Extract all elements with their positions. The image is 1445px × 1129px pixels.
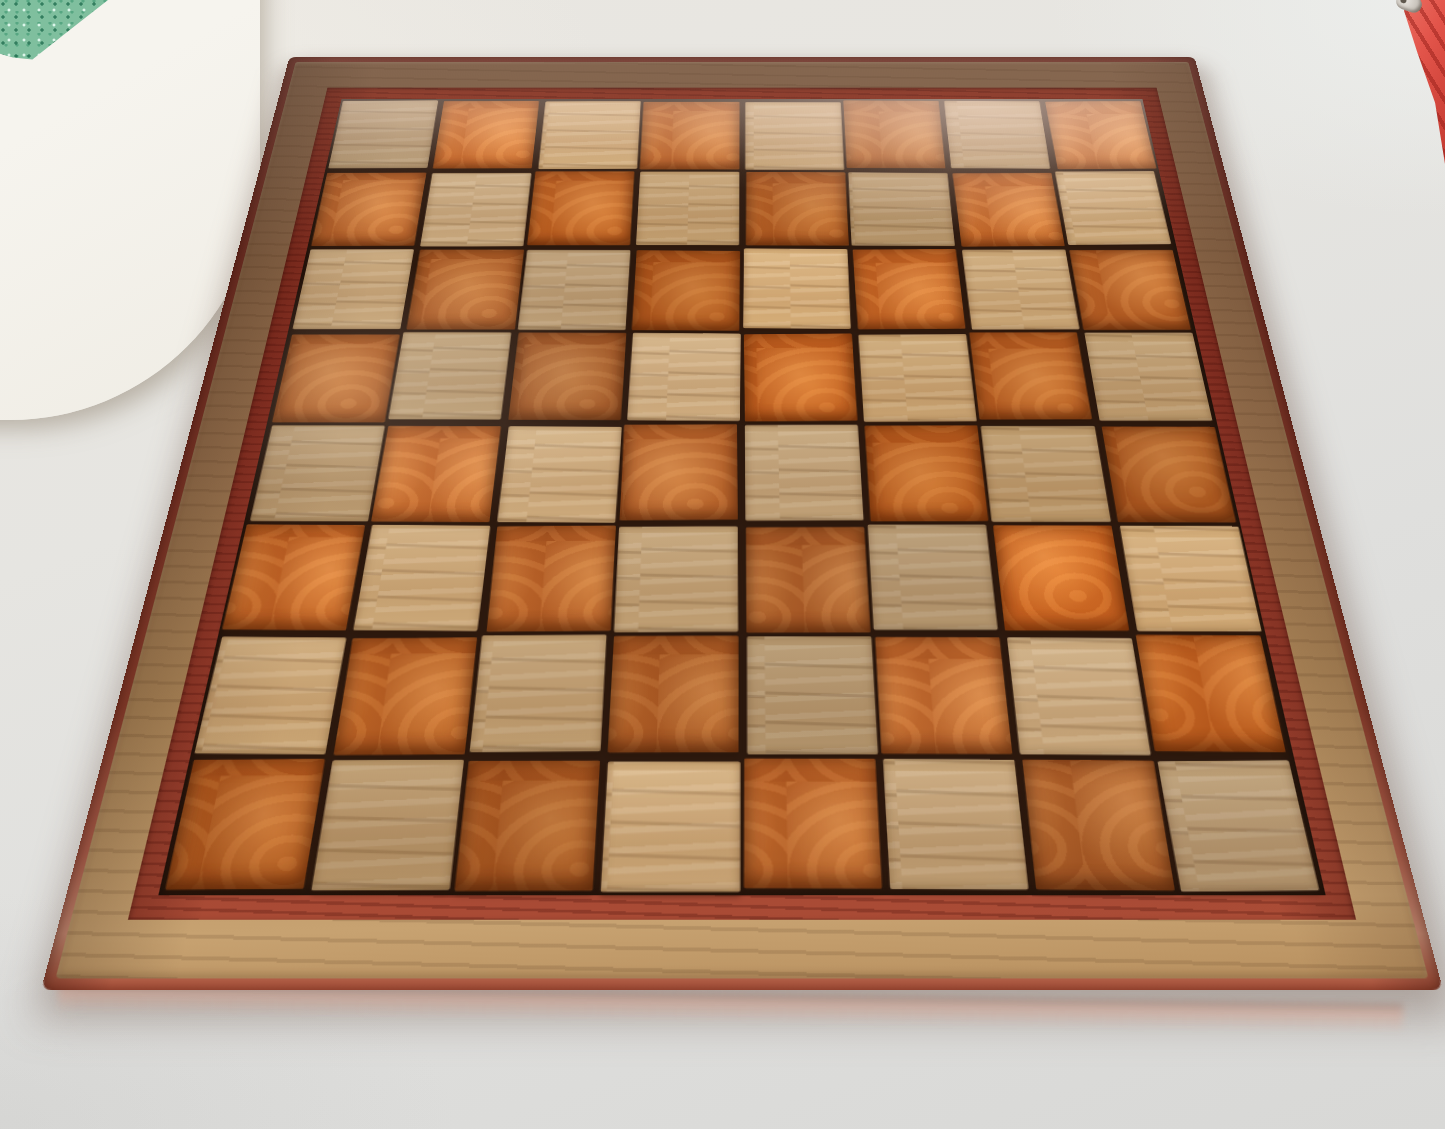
square-b6[interactable] — [407, 249, 524, 329]
square-c2[interactable] — [469, 635, 607, 753]
square-h8[interactable] — [1045, 101, 1157, 169]
square-a1[interactable] — [165, 758, 326, 890]
square-d2[interactable] — [608, 636, 740, 754]
square-d7[interactable] — [636, 172, 740, 246]
square-f7[interactable] — [848, 173, 955, 247]
square-d3[interactable] — [614, 526, 739, 633]
square-f8[interactable] — [843, 100, 946, 168]
square-h3[interactable] — [1119, 525, 1262, 632]
square-f2[interactable] — [875, 637, 1013, 755]
square-c4[interactable] — [497, 426, 622, 523]
square-g8[interactable] — [944, 101, 1051, 169]
square-g7[interactable] — [953, 173, 1066, 247]
board-squares-grid — [158, 99, 1325, 895]
square-f5[interactable] — [858, 334, 977, 422]
square-d4[interactable] — [620, 424, 739, 521]
square-c5[interactable] — [508, 333, 627, 421]
square-a8[interactable] — [328, 100, 439, 168]
square-b2[interactable] — [334, 638, 478, 757]
square-g4[interactable] — [981, 426, 1111, 522]
square-g3[interactable] — [993, 525, 1130, 631]
square-a4[interactable] — [250, 425, 386, 521]
photo-scene — [0, 0, 1445, 1129]
square-e7[interactable] — [745, 172, 849, 246]
square-c7[interactable] — [527, 171, 635, 245]
square-f4[interactable] — [864, 425, 989, 521]
square-h6[interactable] — [1069, 250, 1191, 330]
square-b5[interactable] — [388, 332, 512, 420]
square-d1[interactable] — [601, 761, 740, 892]
square-g6[interactable] — [962, 249, 1080, 330]
coral-red-fabric — [1383, 0, 1445, 164]
square-h2[interactable] — [1135, 635, 1286, 753]
square-e4[interactable] — [744, 424, 863, 521]
square-d6[interactable] — [632, 250, 741, 331]
square-c6[interactable] — [517, 250, 630, 330]
square-a6[interactable] — [293, 249, 415, 329]
square-e5[interactable] — [743, 334, 857, 422]
square-h5[interactable] — [1084, 333, 1212, 421]
square-b8[interactable] — [433, 101, 540, 169]
square-e2[interactable] — [746, 637, 878, 754]
square-f6[interactable] — [852, 249, 966, 330]
square-e1[interactable] — [743, 758, 882, 889]
square-h7[interactable] — [1055, 171, 1172, 245]
square-a2[interactable] — [194, 637, 347, 755]
square-a5[interactable] — [272, 334, 400, 422]
square-a3[interactable] — [222, 524, 366, 630]
square-b3[interactable] — [353, 525, 491, 632]
square-d5[interactable] — [627, 333, 741, 421]
square-e3[interactable] — [745, 527, 870, 633]
square-b7[interactable] — [420, 173, 532, 247]
square-d8[interactable] — [640, 102, 740, 170]
square-f3[interactable] — [867, 524, 998, 630]
square-c8[interactable] — [538, 101, 641, 169]
square-g2[interactable] — [1007, 638, 1152, 756]
square-g1[interactable] — [1022, 759, 1175, 891]
square-h1[interactable] — [1157, 760, 1320, 892]
square-g5[interactable] — [969, 332, 1093, 420]
square-b1[interactable] — [312, 759, 465, 890]
square-f1[interactable] — [883, 758, 1029, 889]
square-b4[interactable] — [371, 425, 502, 522]
square-c3[interactable] — [486, 525, 616, 632]
square-a7[interactable] — [311, 173, 427, 247]
square-e8[interactable] — [745, 102, 844, 170]
square-c1[interactable] — [454, 760, 600, 891]
square-h4[interactable] — [1101, 426, 1236, 523]
square-e6[interactable] — [743, 248, 851, 329]
